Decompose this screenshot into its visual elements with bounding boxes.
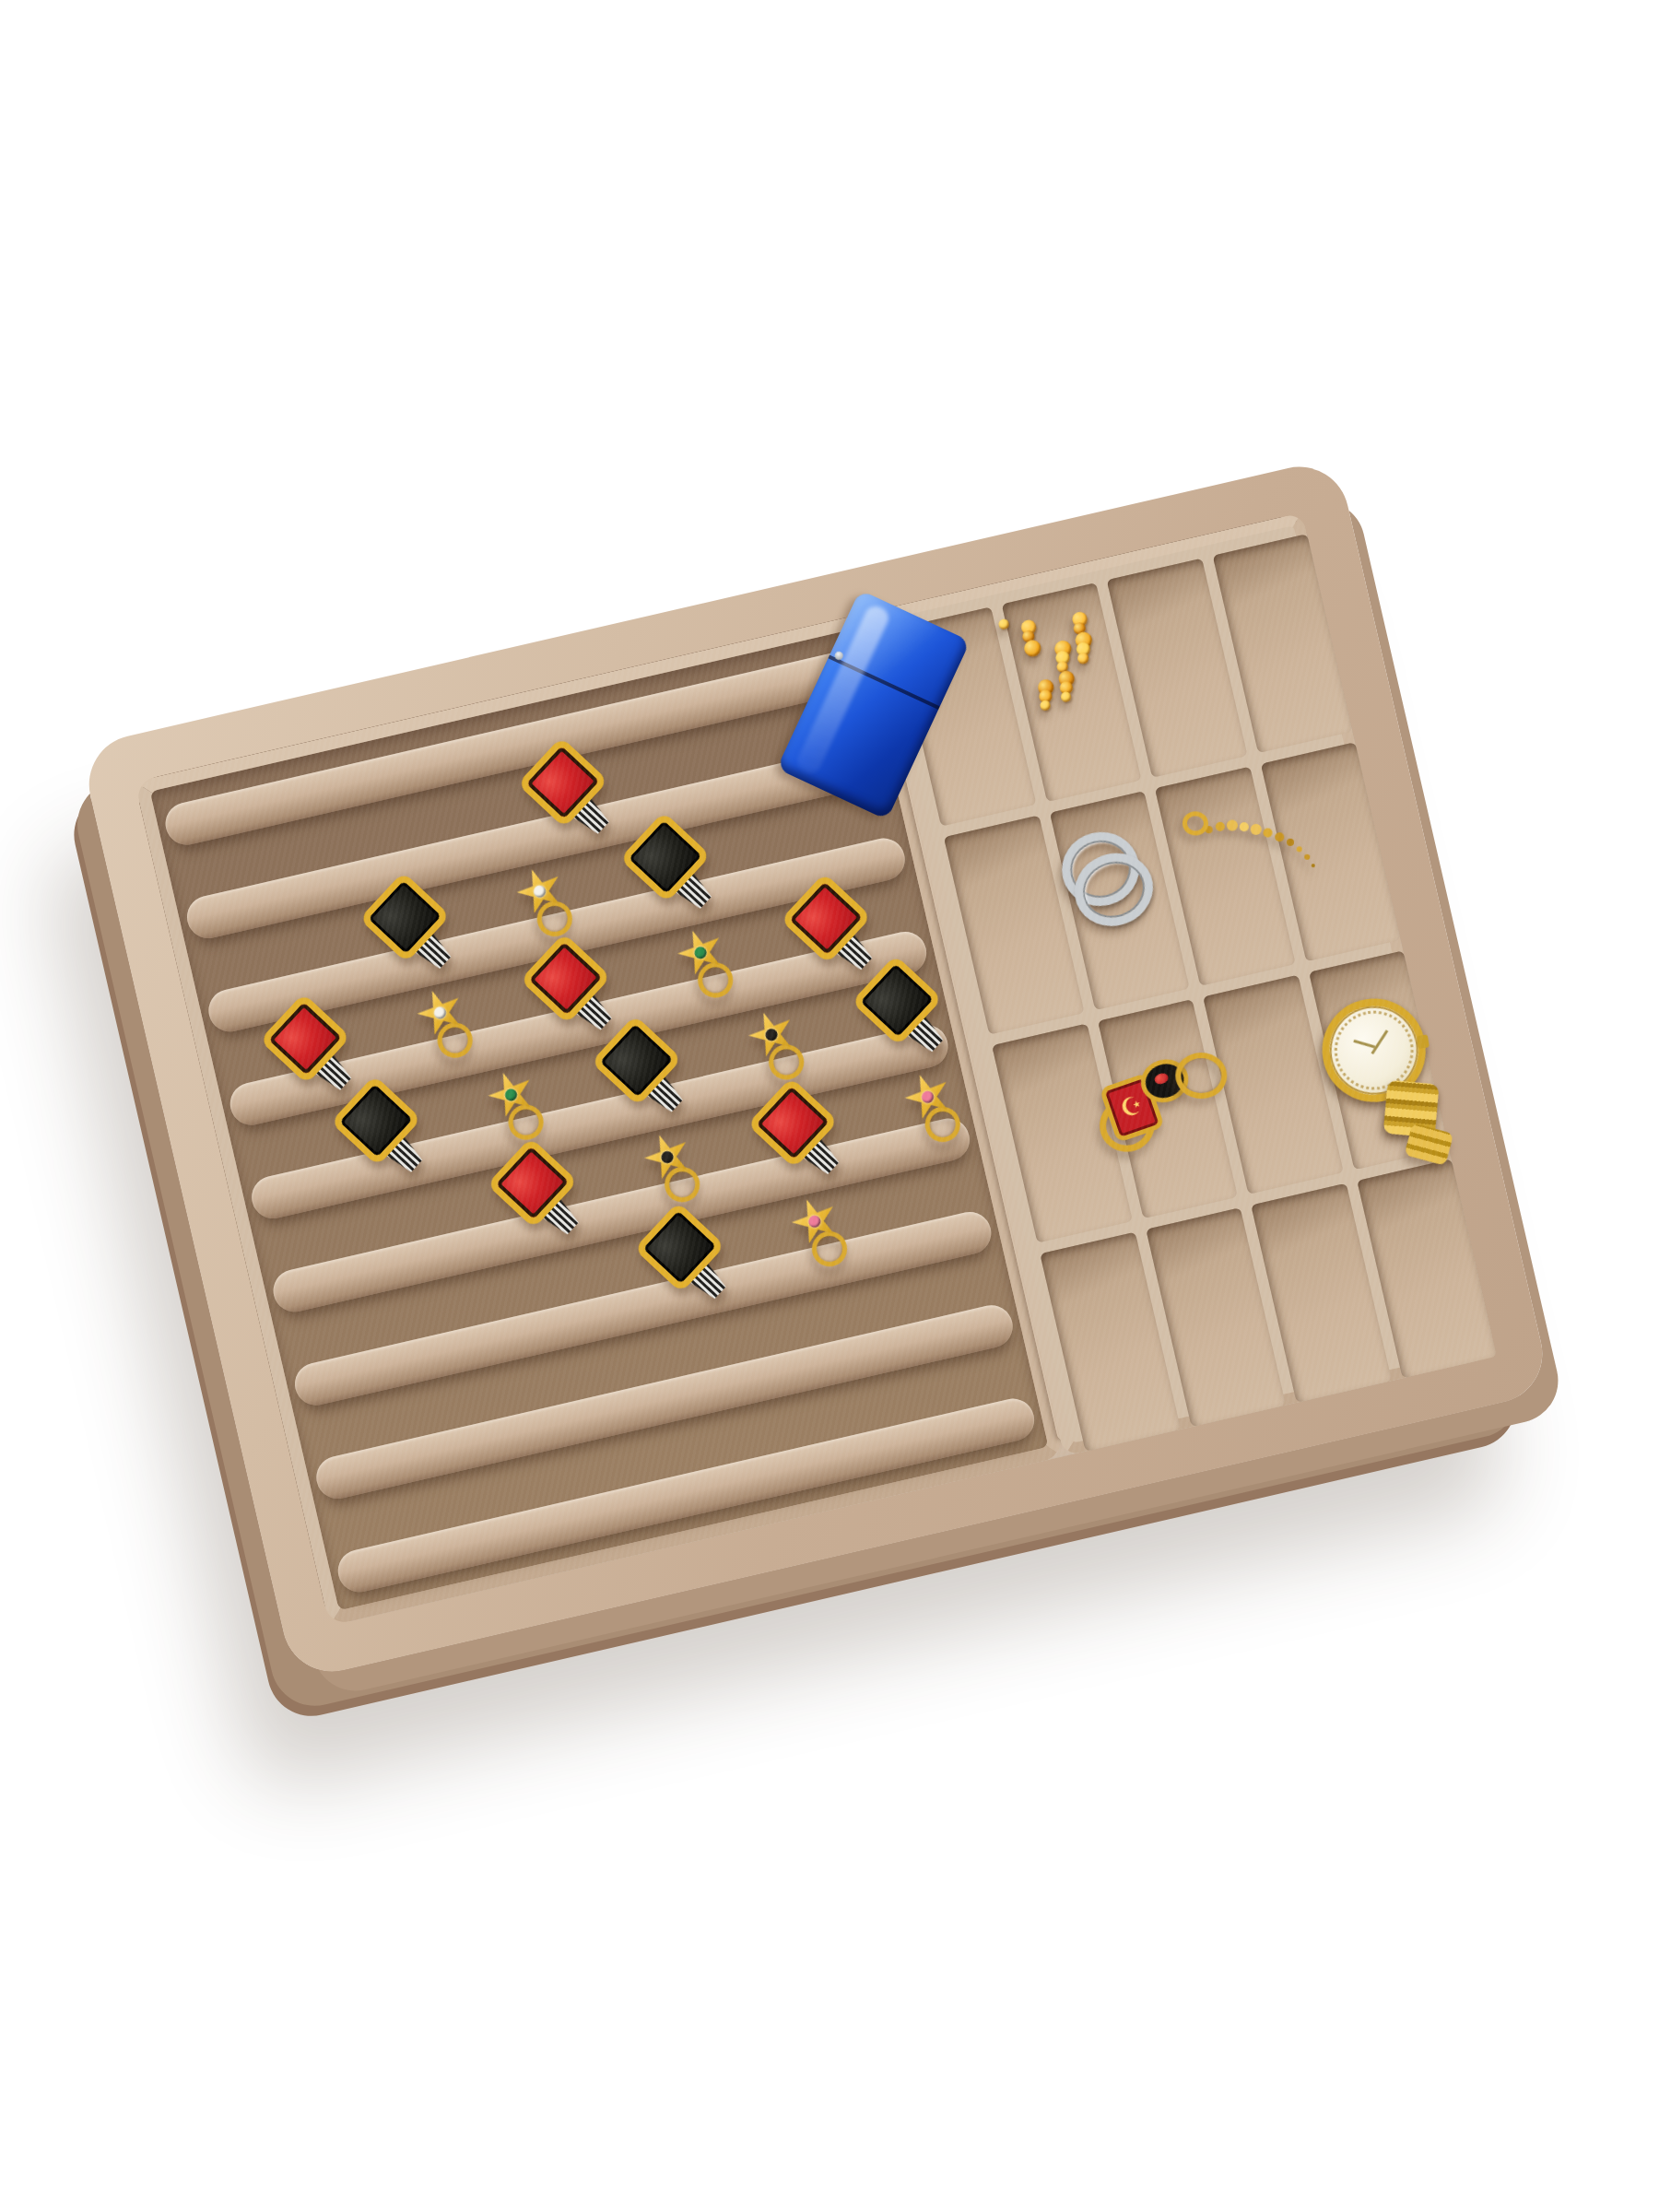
tray-surface: ☪ xyxy=(135,512,1497,1626)
watch-crown xyxy=(1417,1034,1430,1049)
watch-band xyxy=(1405,1123,1454,1166)
lighter-hinge xyxy=(833,650,844,661)
ring-roll xyxy=(161,647,866,849)
ring-roll xyxy=(312,1301,1018,1503)
gold-watch xyxy=(1315,984,1488,1181)
product-photo-canvas: ☪ xyxy=(0,0,1659,2212)
ring-roll xyxy=(334,1394,1039,1596)
jewelry-tray: ☪ xyxy=(79,457,1552,1681)
amber-bead xyxy=(998,618,1010,630)
